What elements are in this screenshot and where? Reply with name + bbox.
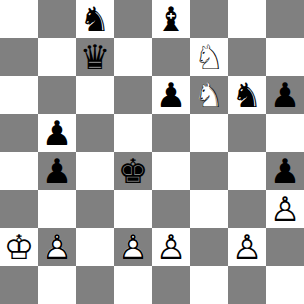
square-b2[interactable]: ♟♙ (38, 228, 76, 266)
square-b5[interactable]: ♟ (38, 114, 76, 152)
black-pawn-icon: ♟ (266, 152, 304, 190)
square-c1[interactable] (76, 266, 114, 304)
white-knight-icon: ♞♘ (190, 38, 228, 76)
square-d1[interactable] (114, 266, 152, 304)
square-a1[interactable] (0, 266, 38, 304)
square-e5[interactable] (152, 114, 190, 152)
square-a7[interactable] (0, 38, 38, 76)
square-d7[interactable] (114, 38, 152, 76)
white-pawn-icon: ♟♙ (152, 228, 190, 266)
square-h3[interactable]: ♟♙ (266, 190, 304, 228)
square-a2[interactable]: ♚♔ (0, 228, 38, 266)
square-f4[interactable] (190, 152, 228, 190)
square-f7[interactable]: ♞♘ (190, 38, 228, 76)
square-d5[interactable] (114, 114, 152, 152)
square-a4[interactable] (0, 152, 38, 190)
square-f2[interactable] (190, 228, 228, 266)
square-g5[interactable] (228, 114, 266, 152)
square-a5[interactable] (0, 114, 38, 152)
square-f8[interactable] (190, 0, 228, 38)
square-c5[interactable] (76, 114, 114, 152)
square-g6[interactable]: ♞ (228, 76, 266, 114)
black-pawn-icon: ♟ (38, 114, 76, 152)
white-pawn-icon: ♟♙ (114, 228, 152, 266)
square-d3[interactable] (114, 190, 152, 228)
square-b6[interactable] (38, 76, 76, 114)
square-c7[interactable]: ♛ (76, 38, 114, 76)
square-e2[interactable]: ♟♙ (152, 228, 190, 266)
square-c6[interactable] (76, 76, 114, 114)
chess-board: ♞♝♛♞♘♟♞♘♞♟♟♟♚♟♟♙♚♔♟♙♟♙♟♙♟♙ (0, 0, 304, 304)
square-h1[interactable] (266, 266, 304, 304)
square-h4[interactable]: ♟ (266, 152, 304, 190)
square-e3[interactable] (152, 190, 190, 228)
black-queen-icon: ♛ (76, 38, 114, 76)
white-pawn-icon: ♟♙ (266, 190, 304, 228)
square-h7[interactable] (266, 38, 304, 76)
square-c3[interactable] (76, 190, 114, 228)
black-bishop-icon: ♝ (152, 0, 190, 38)
square-h5[interactable] (266, 114, 304, 152)
square-c4[interactable] (76, 152, 114, 190)
square-d8[interactable] (114, 0, 152, 38)
square-g4[interactable] (228, 152, 266, 190)
square-a8[interactable] (0, 0, 38, 38)
square-a6[interactable] (0, 76, 38, 114)
square-e1[interactable] (152, 266, 190, 304)
square-g8[interactable] (228, 0, 266, 38)
square-e8[interactable]: ♝ (152, 0, 190, 38)
square-f1[interactable] (190, 266, 228, 304)
square-f3[interactable] (190, 190, 228, 228)
square-b1[interactable] (38, 266, 76, 304)
white-king-icon: ♚♔ (0, 228, 38, 266)
square-b8[interactable] (38, 0, 76, 38)
black-knight-icon: ♞ (228, 76, 266, 114)
white-knight-icon: ♞♘ (190, 76, 228, 114)
square-f6[interactable]: ♞♘ (190, 76, 228, 114)
square-c8[interactable]: ♞ (76, 0, 114, 38)
square-g2[interactable]: ♟♙ (228, 228, 266, 266)
square-b7[interactable] (38, 38, 76, 76)
black-king-icon: ♚ (114, 152, 152, 190)
square-e6[interactable]: ♟ (152, 76, 190, 114)
square-h2[interactable] (266, 228, 304, 266)
black-pawn-icon: ♟ (266, 76, 304, 114)
square-g3[interactable] (228, 190, 266, 228)
square-e4[interactable] (152, 152, 190, 190)
square-h8[interactable] (266, 0, 304, 38)
square-g1[interactable] (228, 266, 266, 304)
black-knight-icon: ♞ (76, 0, 114, 38)
square-d2[interactable]: ♟♙ (114, 228, 152, 266)
square-b3[interactable] (38, 190, 76, 228)
square-d4[interactable]: ♚ (114, 152, 152, 190)
square-d6[interactable] (114, 76, 152, 114)
square-e7[interactable] (152, 38, 190, 76)
white-pawn-icon: ♟♙ (228, 228, 266, 266)
square-g7[interactable] (228, 38, 266, 76)
black-pawn-icon: ♟ (38, 152, 76, 190)
square-f5[interactable] (190, 114, 228, 152)
square-c2[interactable] (76, 228, 114, 266)
black-pawn-icon: ♟ (152, 76, 190, 114)
square-a3[interactable] (0, 190, 38, 228)
square-b4[interactable]: ♟ (38, 152, 76, 190)
white-pawn-icon: ♟♙ (38, 228, 76, 266)
square-h6[interactable]: ♟ (266, 76, 304, 114)
